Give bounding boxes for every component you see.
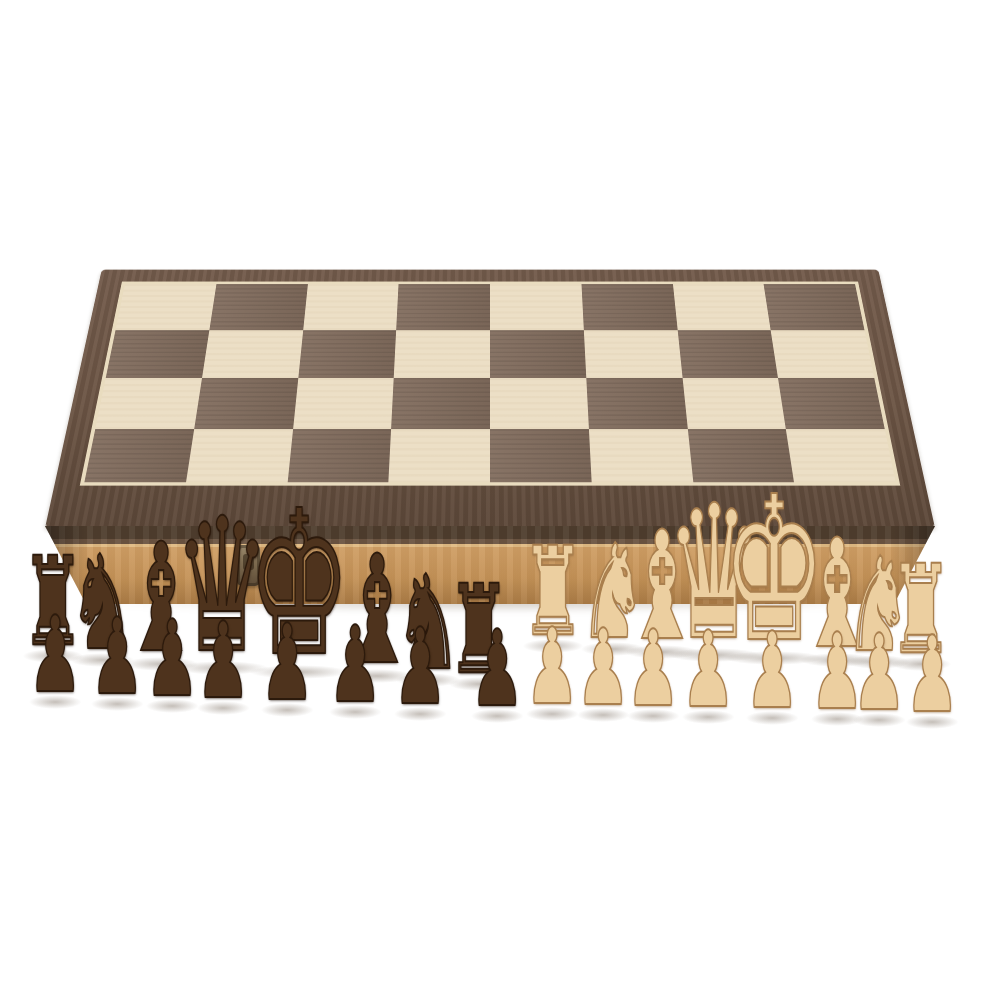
square-r3c6[interactable] bbox=[586, 378, 687, 429]
pawn-glyph: ♟ bbox=[852, 621, 907, 726]
square-r2c7[interactable] bbox=[677, 330, 778, 378]
square-r4c4[interactable] bbox=[389, 429, 490, 483]
square-r1c2[interactable] bbox=[209, 284, 307, 330]
pawn-glyph: ♟ bbox=[626, 617, 681, 722]
pawn-glyph: ♟ bbox=[576, 616, 631, 721]
pawn-glyph: ♟ bbox=[905, 623, 960, 728]
square-r4c1[interactable] bbox=[84, 429, 194, 483]
square-r4c5[interactable] bbox=[490, 429, 591, 483]
square-r1c5[interactable] bbox=[490, 284, 584, 330]
square-r1c8[interactable] bbox=[764, 284, 865, 330]
pawn-glyph: ♟ bbox=[745, 619, 800, 724]
square-r2c6[interactable] bbox=[584, 330, 683, 378]
square-r2c3[interactable] bbox=[298, 330, 397, 378]
square-r2c5[interactable] bbox=[490, 330, 586, 378]
square-r2c2[interactable] bbox=[202, 330, 303, 378]
square-r3c5[interactable] bbox=[490, 378, 589, 429]
square-r3c4[interactable] bbox=[391, 378, 490, 429]
pawn-glyph: ♟ bbox=[90, 605, 145, 710]
square-r3c2[interactable] bbox=[194, 378, 298, 429]
pawn-glyph: ♟ bbox=[681, 618, 736, 723]
square-r3c7[interactable] bbox=[682, 378, 786, 429]
pawn-glyph: ♟ bbox=[145, 607, 200, 712]
square-r3c3[interactable] bbox=[293, 378, 394, 429]
square-r1c4[interactable] bbox=[396, 284, 490, 330]
square-r2c1[interactable] bbox=[106, 330, 209, 378]
pawn-glyph: ♟ bbox=[28, 603, 83, 708]
pawn-glyph: ♟ bbox=[196, 609, 251, 714]
pawn-glyph: ♟ bbox=[525, 615, 580, 720]
chess-set-product-photo: ♜♞♝♛♚♝♞♜♟♟♟♟♟♟♟♟♜♞♝♛♚♝♞♜♟♟♟♟♟♟♟♟ bbox=[0, 0, 990, 990]
square-r3c8[interactable] bbox=[778, 378, 884, 429]
square-r1c1[interactable] bbox=[116, 284, 217, 330]
pawn-glyph: ♟ bbox=[328, 613, 383, 718]
pawn-glyph: ♟ bbox=[470, 617, 525, 722]
square-r2c8[interactable] bbox=[771, 330, 874, 378]
square-r1c7[interactable] bbox=[673, 284, 771, 330]
pawn-glyph: ♟ bbox=[260, 611, 315, 716]
square-r1c3[interactable] bbox=[303, 284, 399, 330]
square-r3c1[interactable] bbox=[95, 378, 201, 429]
square-r2c4[interactable] bbox=[394, 330, 490, 378]
square-r1c6[interactable] bbox=[581, 284, 677, 330]
pawn-glyph: ♟ bbox=[393, 615, 448, 720]
